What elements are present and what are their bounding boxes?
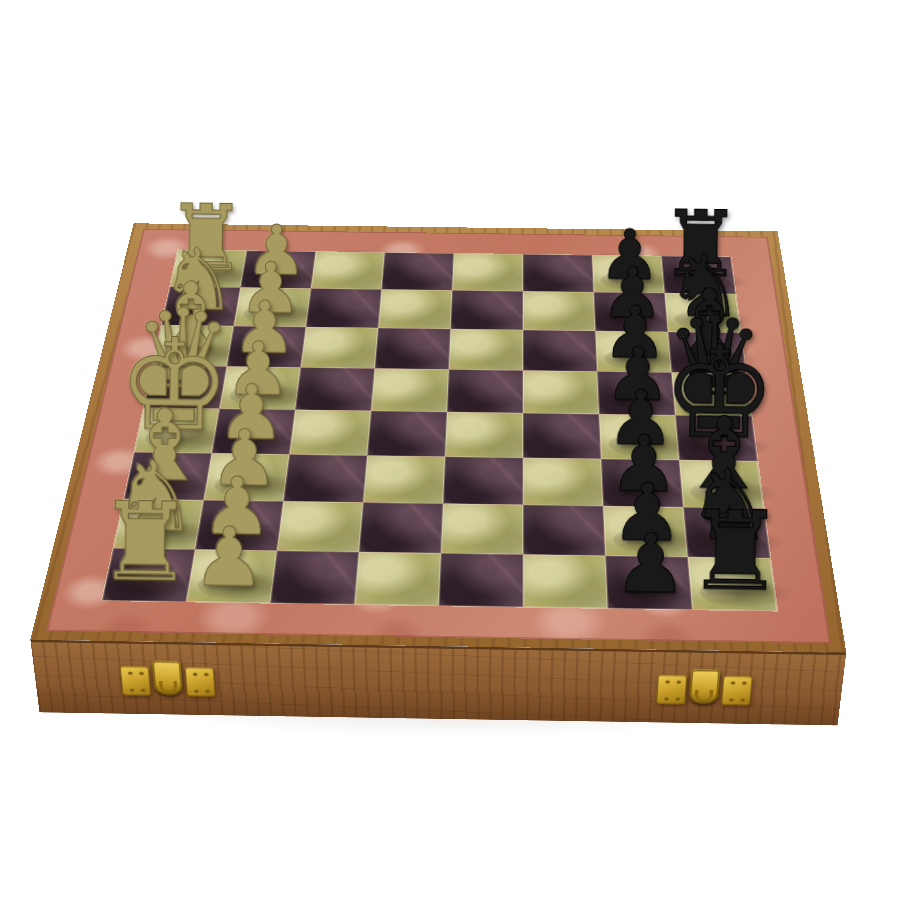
latch-hasp[interactable]	[151, 661, 183, 695]
square-h8[interactable]: ♜	[688, 557, 777, 611]
latch-plate	[119, 666, 151, 695]
latch-plate	[184, 667, 215, 696]
square-b5[interactable]	[451, 290, 523, 330]
square-d4[interactable]	[371, 368, 449, 412]
square-h6[interactable]	[523, 555, 608, 609]
square-b4[interactable]	[378, 289, 452, 329]
chess-board: ♜♟♟♜♞♟♟♞♝♟♟♝♛♟♟♛♚♟♟♚♝♟♟♝♞♟♟♞♜♟♟♜	[102, 250, 777, 611]
piece-wR[interactable]: ♜	[96, 485, 195, 600]
square-e5[interactable]	[445, 412, 523, 458]
square-b6[interactable]	[523, 291, 596, 331]
square-c6[interactable]	[523, 330, 597, 372]
square-h7[interactable]: ♟	[605, 556, 692, 610]
square-h4[interactable]	[354, 552, 441, 606]
square-g5[interactable]	[441, 504, 523, 555]
board-top-face: ♜♟♟♜♞♟♟♞♝♟♟♝♛♟♟♛♚♟♟♚♝♟♟♝♞♟♟♞♜♟♟♜	[30, 223, 846, 652]
square-e3[interactable]	[289, 410, 371, 456]
square-a6[interactable]	[523, 254, 594, 292]
square-a5[interactable]	[452, 253, 523, 291]
box-front-face	[30, 640, 846, 726]
square-a3[interactable]	[311, 252, 385, 290]
square-h3[interactable]	[270, 551, 359, 604]
piece-bP[interactable]: ♟	[613, 521, 688, 608]
brass-latch-left[interactable]	[119, 663, 216, 698]
piece-wP[interactable]: ♟	[192, 514, 267, 601]
square-e4[interactable]	[367, 411, 447, 457]
square-f4[interactable]	[363, 456, 445, 504]
chess-box: ♜♟♟♜♞♟♟♞♝♟♟♝♛♟♟♛♚♟♟♚♝♟♟♝♞♟♟♞♜♟♟♜	[30, 223, 846, 652]
square-d5[interactable]	[447, 369, 523, 413]
square-h2[interactable]: ♟	[186, 550, 277, 603]
square-c5[interactable]	[449, 329, 523, 371]
latch-hasp[interactable]	[688, 669, 720, 703]
square-b3[interactable]	[306, 289, 382, 329]
square-f6[interactable]	[523, 458, 603, 506]
square-g6[interactable]	[523, 505, 605, 556]
latch-plate	[656, 675, 687, 704]
latch-plate	[721, 676, 753, 705]
square-h1[interactable]: ♜	[102, 548, 195, 601]
brass-latch-right[interactable]	[655, 672, 752, 707]
square-c4[interactable]	[375, 328, 451, 369]
square-c3[interactable]	[301, 327, 378, 368]
square-e6[interactable]	[523, 413, 601, 459]
square-g3[interactable]	[277, 501, 363, 552]
square-f5[interactable]	[443, 457, 523, 505]
square-d3[interactable]	[295, 367, 374, 410]
square-f3[interactable]	[283, 454, 367, 502]
square-g4[interactable]	[359, 503, 443, 554]
square-d6[interactable]	[523, 370, 599, 414]
product-photo-stage: ♜♟♟♜♞♟♟♞♝♟♟♝♛♟♟♛♚♟♟♚♝♟♟♝♞♟♟♞♜♟♟♜	[0, 0, 900, 900]
board-marble-border: ♜♟♟♜♞♟♟♞♝♟♟♝♛♟♟♛♚♟♟♚♝♟♟♝♞♟♟♞♜♟♟♜	[46, 229, 831, 643]
piece-bR[interactable]: ♜	[686, 494, 786, 610]
square-h5[interactable]	[439, 553, 523, 607]
square-a4[interactable]	[382, 253, 454, 291]
